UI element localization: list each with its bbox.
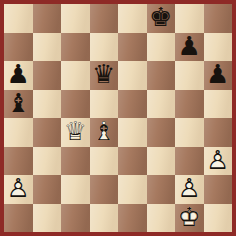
square-d3[interactable]: [90, 147, 119, 176]
square-d7[interactable]: [90, 33, 119, 62]
square-e5[interactable]: [118, 90, 147, 119]
white-queen[interactable]: ♛♕: [61, 118, 89, 146]
square-f8[interactable]: ♚♔: [147, 4, 176, 33]
square-c8[interactable]: [61, 4, 90, 33]
square-d4[interactable]: ♝♗: [90, 118, 119, 147]
square-b3[interactable]: [33, 147, 62, 176]
square-a4[interactable]: [4, 118, 33, 147]
black-queen[interactable]: ♛♕: [90, 61, 118, 89]
black-king[interactable]: ♚♔: [147, 4, 175, 32]
square-e3[interactable]: [118, 147, 147, 176]
square-g5[interactable]: [175, 90, 204, 119]
square-b5[interactable]: [33, 90, 62, 119]
square-c3[interactable]: [61, 147, 90, 176]
square-g4[interactable]: [175, 118, 204, 147]
square-f4[interactable]: [147, 118, 176, 147]
white-pawn-outline: ♙: [204, 147, 232, 174]
square-h3[interactable]: ♟♙: [204, 147, 233, 176]
square-b1[interactable]: [33, 204, 62, 233]
square-g3[interactable]: [175, 147, 204, 176]
white-king-outline: ♔: [175, 204, 203, 231]
square-g8[interactable]: [175, 4, 204, 33]
square-e2[interactable]: [118, 175, 147, 204]
square-a3[interactable]: [4, 147, 33, 176]
square-a2[interactable]: ♟♙: [4, 175, 33, 204]
square-c1[interactable]: [61, 204, 90, 233]
square-c2[interactable]: [61, 175, 90, 204]
square-e8[interactable]: [118, 4, 147, 33]
square-b8[interactable]: [33, 4, 62, 33]
square-h4[interactable]: [204, 118, 233, 147]
board-frame: ♚♔♟♙♟♙♛♕♟♙♝♗♛♕♝♗♟♙♟♙♟♙♚♔: [0, 0, 236, 236]
square-d8[interactable]: [90, 4, 119, 33]
square-a1[interactable]: [4, 204, 33, 233]
square-e4[interactable]: [118, 118, 147, 147]
square-h7[interactable]: [204, 33, 233, 62]
square-a7[interactable]: [4, 33, 33, 62]
square-h8[interactable]: [204, 4, 233, 33]
square-h2[interactable]: [204, 175, 233, 204]
square-a5[interactable]: ♝♗: [4, 90, 33, 119]
square-b7[interactable]: [33, 33, 62, 62]
white-pawn-outline: ♙: [4, 175, 32, 202]
white-pawn-outline: ♙: [175, 175, 203, 202]
square-f5[interactable]: [147, 90, 176, 119]
square-f6[interactable]: [147, 61, 176, 90]
square-f2[interactable]: [147, 175, 176, 204]
white-pawn[interactable]: ♟♙: [175, 175, 203, 203]
square-d2[interactable]: [90, 175, 119, 204]
square-h5[interactable]: [204, 90, 233, 119]
white-pawn[interactable]: ♟♙: [204, 147, 232, 175]
square-d5[interactable]: [90, 90, 119, 119]
black-pawn[interactable]: ♟♙: [175, 33, 203, 61]
white-bishop[interactable]: ♝♗: [90, 118, 118, 146]
black-pawn-fill: ♟: [175, 33, 203, 60]
square-c7[interactable]: [61, 33, 90, 62]
black-king-fill: ♚: [147, 4, 175, 31]
black-pawn-fill: ♟: [204, 61, 232, 88]
white-pawn[interactable]: ♟♙: [4, 175, 32, 203]
square-b6[interactable]: [33, 61, 62, 90]
white-bishop-outline: ♗: [90, 118, 118, 145]
black-pawn-fill: ♟: [4, 61, 32, 88]
square-h1[interactable]: [204, 204, 233, 233]
black-queen-fill: ♛: [90, 61, 118, 88]
square-e6[interactable]: [118, 61, 147, 90]
square-d1[interactable]: [90, 204, 119, 233]
square-c4[interactable]: ♛♕: [61, 118, 90, 147]
white-queen-outline: ♕: [61, 118, 89, 145]
square-g2[interactable]: ♟♙: [175, 175, 204, 204]
black-pawn[interactable]: ♟♙: [204, 61, 232, 89]
square-g6[interactable]: [175, 61, 204, 90]
square-g7[interactable]: ♟♙: [175, 33, 204, 62]
square-g1[interactable]: ♚♔: [175, 204, 204, 233]
white-king[interactable]: ♚♔: [175, 204, 203, 232]
chess-board: ♚♔♟♙♟♙♛♕♟♙♝♗♛♕♝♗♟♙♟♙♟♙♚♔: [4, 4, 232, 232]
square-f3[interactable]: [147, 147, 176, 176]
square-e7[interactable]: [118, 33, 147, 62]
black-bishop[interactable]: ♝♗: [4, 90, 32, 118]
square-a8[interactable]: [4, 4, 33, 33]
square-h6[interactable]: ♟♙: [204, 61, 233, 90]
square-b4[interactable]: [33, 118, 62, 147]
square-b2[interactable]: [33, 175, 62, 204]
square-c5[interactable]: [61, 90, 90, 119]
black-bishop-fill: ♝: [4, 90, 32, 117]
square-f1[interactable]: [147, 204, 176, 233]
square-a6[interactable]: ♟♙: [4, 61, 33, 90]
square-c6[interactable]: [61, 61, 90, 90]
square-f7[interactable]: [147, 33, 176, 62]
square-e1[interactable]: [118, 204, 147, 233]
black-pawn[interactable]: ♟♙: [4, 61, 32, 89]
square-d6[interactable]: ♛♕: [90, 61, 119, 90]
